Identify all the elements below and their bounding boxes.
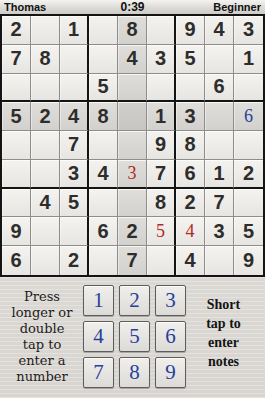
cell-r1c2[interactable] xyxy=(31,16,60,45)
numpad-button-5[interactable]: 5 xyxy=(119,321,150,352)
cell-r6c9[interactable]: 2 xyxy=(234,160,263,189)
cell-r4c5[interactable] xyxy=(118,102,147,131)
cell-r1c8[interactable]: 4 xyxy=(205,16,234,45)
numpad-button-3[interactable]: 3 xyxy=(155,285,186,316)
enter-number-instruction: Press longer or double tap to enter a nu… xyxy=(4,289,80,385)
number-pad: 123456789 xyxy=(83,285,186,388)
cell-r4c8[interactable] xyxy=(205,102,234,131)
numpad-button-2[interactable]: 2 xyxy=(119,285,150,316)
cell-r5c4[interactable] xyxy=(89,131,118,160)
cell-r5c3[interactable]: 7 xyxy=(60,131,89,160)
cell-r3c8[interactable]: 6 xyxy=(205,74,234,103)
cell-r1c7[interactable]: 9 xyxy=(176,16,205,45)
cell-r9c8[interactable] xyxy=(205,246,234,275)
cell-r8c4[interactable]: 6 xyxy=(89,217,118,246)
cell-r6c7[interactable]: 6 xyxy=(176,160,205,189)
cell-r6c8[interactable]: 1 xyxy=(205,160,234,189)
cell-r4c9[interactable]: 6 xyxy=(234,102,263,131)
cell-r7c1[interactable] xyxy=(2,189,31,218)
cell-r6c3[interactable]: 3 xyxy=(60,160,89,189)
numpad-button-4[interactable]: 4 xyxy=(83,321,114,352)
cell-r1c1[interactable]: 2 xyxy=(2,16,31,45)
cell-r6c4[interactable]: 4 xyxy=(89,160,118,189)
cell-r5c5[interactable] xyxy=(118,131,147,160)
cell-r6c2[interactable] xyxy=(31,160,60,189)
cell-r7c7[interactable]: 2 xyxy=(176,189,205,218)
numpad-button-1[interactable]: 1 xyxy=(83,285,114,316)
cell-r4c7[interactable]: 3 xyxy=(176,102,205,131)
numpad-button-9[interactable]: 9 xyxy=(155,357,186,388)
cell-r4c3[interactable]: 4 xyxy=(60,102,89,131)
cell-r3c5[interactable] xyxy=(118,74,147,103)
cell-r6c6[interactable]: 7 xyxy=(147,160,176,189)
cell-r4c1[interactable]: 5 xyxy=(2,102,31,131)
cell-r5c7[interactable]: 8 xyxy=(176,131,205,160)
cell-r7c2[interactable]: 4 xyxy=(31,189,60,218)
cell-r4c4[interactable]: 8 xyxy=(89,102,118,131)
cell-r7c5[interactable] xyxy=(118,189,147,218)
cell-r3c1[interactable] xyxy=(2,74,31,103)
cell-r8c9[interactable]: 5 xyxy=(234,217,263,246)
cell-r8c5[interactable]: 2 xyxy=(118,217,147,246)
cell-r2c5[interactable]: 4 xyxy=(118,45,147,74)
cell-r3c4[interactable]: 5 xyxy=(89,74,118,103)
cell-r2c3[interactable] xyxy=(60,45,89,74)
cell-r9c3[interactable]: 2 xyxy=(60,246,89,275)
top-bar: Thomas 0:39 Beginner xyxy=(0,0,265,14)
cell-r3c2[interactable] xyxy=(31,74,60,103)
cell-r5c9[interactable] xyxy=(234,131,263,160)
cell-r7c9[interactable] xyxy=(234,189,263,218)
cell-r9c5[interactable]: 7 xyxy=(118,246,147,275)
cell-r9c6[interactable] xyxy=(147,246,176,275)
cell-r7c6[interactable]: 8 xyxy=(147,189,176,218)
cell-r4c2[interactable]: 2 xyxy=(31,102,60,131)
cell-r7c4[interactable] xyxy=(89,189,118,218)
cell-r2c8[interactable] xyxy=(205,45,234,74)
enter-notes-instruction: Short tap to enter notes xyxy=(186,295,261,371)
cell-r8c2[interactable] xyxy=(31,217,60,246)
cell-r3c7[interactable] xyxy=(176,74,205,103)
cell-r5c2[interactable] xyxy=(31,131,60,160)
cell-r2c7[interactable]: 5 xyxy=(176,45,205,74)
cell-r8c1[interactable]: 9 xyxy=(2,217,31,246)
cell-r8c3[interactable] xyxy=(60,217,89,246)
numpad-button-8[interactable]: 8 xyxy=(119,357,150,388)
sudoku-app: Thomas 0:39 Beginner 2189437843515652481… xyxy=(0,0,265,398)
numpad-button-6[interactable]: 6 xyxy=(155,321,186,352)
cell-r9c2[interactable] xyxy=(31,246,60,275)
cell-r7c8[interactable]: 7 xyxy=(205,189,234,218)
cell-r2c6[interactable]: 3 xyxy=(147,45,176,74)
cell-r1c3[interactable]: 1 xyxy=(60,16,89,45)
cell-r5c1[interactable] xyxy=(2,131,31,160)
cell-r8c8[interactable]: 3 xyxy=(205,217,234,246)
numpad-button-7[interactable]: 7 xyxy=(83,357,114,388)
cell-r1c4[interactable] xyxy=(89,16,118,45)
cell-r3c6[interactable] xyxy=(147,74,176,103)
cell-r6c5[interactable]: 3 xyxy=(118,160,147,189)
sudoku-board: 2189437843515652481367983437612458279625… xyxy=(0,14,265,277)
cell-r8c7[interactable]: 4 xyxy=(176,217,205,246)
cell-r1c6[interactable] xyxy=(147,16,176,45)
cell-r8c6[interactable]: 5 xyxy=(147,217,176,246)
cell-r7c3[interactable]: 5 xyxy=(60,189,89,218)
cell-r5c6[interactable]: 9 xyxy=(147,131,176,160)
player-name: Thomas xyxy=(4,0,46,14)
cell-r6c1[interactable] xyxy=(2,160,31,189)
difficulty-label: Beginner xyxy=(213,0,261,14)
cell-r9c7[interactable]: 4 xyxy=(176,246,205,275)
cell-r1c5[interactable]: 8 xyxy=(118,16,147,45)
cell-r2c1[interactable]: 7 xyxy=(2,45,31,74)
cell-r9c9[interactable]: 9 xyxy=(234,246,263,275)
cell-r5c8[interactable] xyxy=(205,131,234,160)
cell-r2c2[interactable]: 8 xyxy=(31,45,60,74)
cell-r2c4[interactable] xyxy=(89,45,118,74)
cell-r2c9[interactable]: 1 xyxy=(234,45,263,74)
cell-r3c3[interactable] xyxy=(60,74,89,103)
cell-r3c9[interactable] xyxy=(234,74,263,103)
bottom-panel: Press longer or double tap to enter a nu… xyxy=(0,277,265,388)
cell-r9c1[interactable]: 6 xyxy=(2,246,31,275)
cell-r4c6[interactable]: 1 xyxy=(147,102,176,131)
cell-r9c4[interactable] xyxy=(89,246,118,275)
cell-r1c9[interactable]: 3 xyxy=(234,16,263,45)
